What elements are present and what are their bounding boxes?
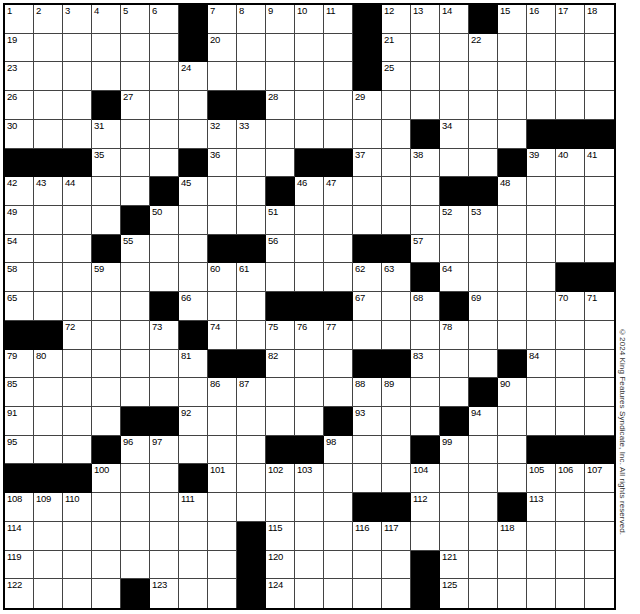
cell-r3c20[interactable] — [556, 62, 585, 91]
cell-r6c6[interactable] — [150, 149, 179, 178]
cell-r13c3[interactable] — [63, 350, 92, 379]
cell-r13c1[interactable]: 79 — [5, 350, 34, 379]
cell-r3c16[interactable] — [440, 62, 469, 91]
cell-r19c14[interactable]: 117 — [382, 522, 411, 551]
cell-r2c9[interactable] — [237, 34, 266, 63]
cell-r8c15[interactable] — [411, 206, 440, 235]
cell-r16c8[interactable] — [208, 436, 237, 465]
cell-r2c4[interactable] — [92, 34, 121, 63]
cell-r19c2[interactable] — [34, 522, 63, 551]
cell-r18c5[interactable] — [121, 493, 150, 522]
cell-r2c15[interactable] — [411, 34, 440, 63]
cell-r10c4[interactable]: 59 — [92, 263, 121, 292]
cell-r3c8[interactable] — [208, 62, 237, 91]
cell-r15c2[interactable] — [34, 407, 63, 436]
cell-r8c3[interactable] — [63, 206, 92, 235]
cell-r6c17[interactable] — [469, 149, 498, 178]
cell-r13c10[interactable]: 82 — [266, 350, 295, 379]
cell-r12c10[interactable]: 75 — [266, 321, 295, 350]
cell-r4c21[interactable] — [585, 91, 614, 120]
cell-r4c18[interactable] — [498, 91, 527, 120]
cell-r11c14[interactable] — [382, 292, 411, 321]
cell-r11c20[interactable]: 70 — [556, 292, 585, 321]
cell-r6c4[interactable]: 35 — [92, 149, 121, 178]
cell-r3c14[interactable]: 25 — [382, 62, 411, 91]
cell-r1c16[interactable]: 14 — [440, 5, 469, 34]
cell-r3c21[interactable] — [585, 62, 614, 91]
cell-r13c21[interactable] — [585, 350, 614, 379]
cell-r9c12[interactable] — [324, 235, 353, 264]
cell-r7c18[interactable]: 48 — [498, 177, 527, 206]
cell-r18c2[interactable]: 109 — [34, 493, 63, 522]
cell-r19c20[interactable] — [556, 522, 585, 551]
cell-r14c6[interactable] — [150, 378, 179, 407]
cell-r21c6[interactable]: 123 — [150, 579, 179, 608]
cell-r11c2[interactable] — [34, 292, 63, 321]
cell-r15c3[interactable] — [63, 407, 92, 436]
cell-r5c4[interactable]: 31 — [92, 120, 121, 149]
cell-r3c10[interactable] — [266, 62, 295, 91]
cell-r17c13[interactable] — [353, 464, 382, 493]
cell-r6c14[interactable] — [382, 149, 411, 178]
cell-r17c19[interactable]: 105 — [527, 464, 556, 493]
cell-r13c6[interactable] — [150, 350, 179, 379]
cell-r15c10[interactable] — [266, 407, 295, 436]
cell-r16c9[interactable] — [237, 436, 266, 465]
cell-r16c1[interactable]: 95 — [5, 436, 34, 465]
cell-r16c12[interactable]: 98 — [324, 436, 353, 465]
cell-r9c11[interactable] — [295, 235, 324, 264]
cell-r15c18[interactable] — [498, 407, 527, 436]
cell-r9c7[interactable] — [179, 235, 208, 264]
cell-r16c14[interactable] — [382, 436, 411, 465]
cell-r1c1[interactable]: 1 — [5, 5, 34, 34]
cell-r4c2[interactable] — [34, 91, 63, 120]
cell-r11c3[interactable] — [63, 292, 92, 321]
cell-r21c16[interactable]: 125 — [440, 579, 469, 608]
cell-r13c4[interactable] — [92, 350, 121, 379]
cell-r19c17[interactable] — [469, 522, 498, 551]
cell-r18c21[interactable] — [585, 493, 614, 522]
cell-r13c12[interactable] — [324, 350, 353, 379]
cell-r5c5[interactable] — [121, 120, 150, 149]
cell-r12c12[interactable]: 77 — [324, 321, 353, 350]
cell-r12c5[interactable] — [121, 321, 150, 350]
cell-r14c1[interactable]: 85 — [5, 378, 34, 407]
cell-r7c21[interactable] — [585, 177, 614, 206]
cell-r15c14[interactable] — [382, 407, 411, 436]
cell-r9c16[interactable] — [440, 235, 469, 264]
cell-r21c1[interactable]: 122 — [5, 579, 34, 608]
cell-r14c13[interactable]: 88 — [353, 378, 382, 407]
cell-r12c21[interactable] — [585, 321, 614, 350]
cell-r16c2[interactable] — [34, 436, 63, 465]
cell-r8c14[interactable] — [382, 206, 411, 235]
cell-r16c3[interactable] — [63, 436, 92, 465]
cell-r8c19[interactable] — [527, 206, 556, 235]
cell-r11c19[interactable] — [527, 292, 556, 321]
cell-r19c18[interactable]: 118 — [498, 522, 527, 551]
cell-r5c16[interactable]: 34 — [440, 120, 469, 149]
cell-r16c18[interactable] — [498, 436, 527, 465]
cell-r1c18[interactable]: 15 — [498, 5, 527, 34]
cell-r2c3[interactable] — [63, 34, 92, 63]
cell-r14c7[interactable] — [179, 378, 208, 407]
cell-r10c2[interactable] — [34, 263, 63, 292]
cell-r20c7[interactable] — [179, 551, 208, 580]
cell-r3c6[interactable] — [150, 62, 179, 91]
cell-r11c21[interactable]: 71 — [585, 292, 614, 321]
cell-r7c15[interactable] — [411, 177, 440, 206]
cell-r9c2[interactable] — [34, 235, 63, 264]
cell-r10c3[interactable] — [63, 263, 92, 292]
cell-r21c8[interactable] — [208, 579, 237, 608]
cell-r18c15[interactable]: 112 — [411, 493, 440, 522]
cell-r18c11[interactable] — [295, 493, 324, 522]
cell-r2c1[interactable]: 19 — [5, 34, 34, 63]
cell-r3c12[interactable] — [324, 62, 353, 91]
cell-r7c20[interactable] — [556, 177, 585, 206]
cell-r2c8[interactable]: 20 — [208, 34, 237, 63]
cell-r2c11[interactable] — [295, 34, 324, 63]
cell-r8c4[interactable] — [92, 206, 121, 235]
cell-r7c12[interactable]: 47 — [324, 177, 353, 206]
cell-r14c5[interactable] — [121, 378, 150, 407]
cell-r8c20[interactable] — [556, 206, 585, 235]
cell-r8c2[interactable] — [34, 206, 63, 235]
cell-r5c9[interactable]: 33 — [237, 120, 266, 149]
cell-r14c3[interactable] — [63, 378, 92, 407]
cell-r18c8[interactable] — [208, 493, 237, 522]
cell-r9c17[interactable] — [469, 235, 498, 264]
cell-r14c20[interactable] — [556, 378, 585, 407]
cell-r9c15[interactable]: 57 — [411, 235, 440, 264]
cell-r1c21[interactable]: 18 — [585, 5, 614, 34]
cell-r5c7[interactable] — [179, 120, 208, 149]
cell-r5c10[interactable] — [266, 120, 295, 149]
cell-r6c19[interactable]: 39 — [527, 149, 556, 178]
cell-r12c8[interactable]: 74 — [208, 321, 237, 350]
cell-r19c3[interactable] — [63, 522, 92, 551]
cell-r20c14[interactable] — [382, 551, 411, 580]
cell-r20c1[interactable]: 119 — [5, 551, 34, 580]
cell-r1c11[interactable]: 10 — [295, 5, 324, 34]
cell-r13c17[interactable] — [469, 350, 498, 379]
cell-r1c14[interactable]: 12 — [382, 5, 411, 34]
cell-r13c11[interactable] — [295, 350, 324, 379]
cell-r17c6[interactable] — [150, 464, 179, 493]
cell-r1c4[interactable]: 4 — [92, 5, 121, 34]
cell-r9c21[interactable] — [585, 235, 614, 264]
cell-r18c20[interactable] — [556, 493, 585, 522]
cell-r20c10[interactable]: 120 — [266, 551, 295, 580]
cell-r8c1[interactable]: 49 — [5, 206, 34, 235]
cell-r8c6[interactable]: 50 — [150, 206, 179, 235]
cell-r9c20[interactable] — [556, 235, 585, 264]
cell-r17c5[interactable] — [121, 464, 150, 493]
cell-r5c3[interactable] — [63, 120, 92, 149]
cell-r20c21[interactable] — [585, 551, 614, 580]
cell-r8c8[interactable] — [208, 206, 237, 235]
cell-r12c3[interactable]: 72 — [63, 321, 92, 350]
cell-r14c10[interactable] — [266, 378, 295, 407]
cell-r8c7[interactable] — [179, 206, 208, 235]
cell-r1c3[interactable]: 3 — [63, 5, 92, 34]
cell-r3c4[interactable] — [92, 62, 121, 91]
cell-r14c4[interactable] — [92, 378, 121, 407]
cell-r14c11[interactable] — [295, 378, 324, 407]
cell-r19c11[interactable] — [295, 522, 324, 551]
cell-r19c21[interactable] — [585, 522, 614, 551]
cell-r17c18[interactable] — [498, 464, 527, 493]
cell-r4c17[interactable] — [469, 91, 498, 120]
cell-r2c20[interactable] — [556, 34, 585, 63]
cell-r19c1[interactable]: 114 — [5, 522, 34, 551]
cell-r8c13[interactable] — [353, 206, 382, 235]
cell-r10c17[interactable] — [469, 263, 498, 292]
cell-r15c11[interactable] — [295, 407, 324, 436]
cell-r1c8[interactable]: 7 — [208, 5, 237, 34]
cell-r15c15[interactable] — [411, 407, 440, 436]
cell-r8c16[interactable]: 52 — [440, 206, 469, 235]
cell-r4c16[interactable] — [440, 91, 469, 120]
cell-r5c1[interactable]: 30 — [5, 120, 34, 149]
cell-r10c14[interactable]: 63 — [382, 263, 411, 292]
cell-r15c20[interactable] — [556, 407, 585, 436]
cell-r6c13[interactable]: 37 — [353, 149, 382, 178]
cell-r21c11[interactable] — [295, 579, 324, 608]
cell-r18c3[interactable]: 110 — [63, 493, 92, 522]
cell-r11c15[interactable]: 68 — [411, 292, 440, 321]
cell-r12c15[interactable] — [411, 321, 440, 350]
cell-r14c15[interactable] — [411, 378, 440, 407]
cell-r5c6[interactable] — [150, 120, 179, 149]
cell-r15c17[interactable]: 94 — [469, 407, 498, 436]
cell-r10c16[interactable]: 64 — [440, 263, 469, 292]
cell-r19c8[interactable] — [208, 522, 237, 551]
cell-r3c3[interactable] — [63, 62, 92, 91]
cell-r3c9[interactable] — [237, 62, 266, 91]
cell-r20c12[interactable] — [324, 551, 353, 580]
cell-r17c15[interactable]: 104 — [411, 464, 440, 493]
cell-r14c16[interactable] — [440, 378, 469, 407]
cell-r7c8[interactable] — [208, 177, 237, 206]
cell-r14c14[interactable]: 89 — [382, 378, 411, 407]
cell-r5c12[interactable] — [324, 120, 353, 149]
cell-r12c16[interactable]: 78 — [440, 321, 469, 350]
cell-r19c13[interactable]: 116 — [353, 522, 382, 551]
cell-r17c9[interactable] — [237, 464, 266, 493]
cell-r21c21[interactable] — [585, 579, 614, 608]
cell-r9c18[interactable] — [498, 235, 527, 264]
cell-r8c10[interactable]: 51 — [266, 206, 295, 235]
cell-r17c10[interactable]: 102 — [266, 464, 295, 493]
cell-r2c19[interactable] — [527, 34, 556, 63]
cell-r1c12[interactable]: 11 — [324, 5, 353, 34]
cell-r7c13[interactable] — [353, 177, 382, 206]
cell-r7c4[interactable] — [92, 177, 121, 206]
cell-r15c13[interactable]: 93 — [353, 407, 382, 436]
cell-r18c1[interactable]: 108 — [5, 493, 34, 522]
cell-r14c8[interactable]: 86 — [208, 378, 237, 407]
cell-r19c6[interactable] — [150, 522, 179, 551]
cell-r21c7[interactable] — [179, 579, 208, 608]
cell-r15c19[interactable] — [527, 407, 556, 436]
cell-r20c16[interactable]: 121 — [440, 551, 469, 580]
cell-r17c17[interactable] — [469, 464, 498, 493]
cell-r19c5[interactable] — [121, 522, 150, 551]
cell-r18c10[interactable] — [266, 493, 295, 522]
cell-r16c5[interactable]: 96 — [121, 436, 150, 465]
cell-r5c14[interactable] — [382, 120, 411, 149]
cell-r7c14[interactable] — [382, 177, 411, 206]
cell-r6c15[interactable]: 38 — [411, 149, 440, 178]
cell-r20c2[interactable] — [34, 551, 63, 580]
cell-r9c10[interactable]: 56 — [266, 235, 295, 264]
cell-r3c7[interactable]: 24 — [179, 62, 208, 91]
cell-r13c2[interactable]: 80 — [34, 350, 63, 379]
cell-r21c10[interactable]: 124 — [266, 579, 295, 608]
cell-r1c19[interactable]: 16 — [527, 5, 556, 34]
cell-r19c10[interactable]: 115 — [266, 522, 295, 551]
cell-r4c10[interactable]: 28 — [266, 91, 295, 120]
cell-r8c21[interactable] — [585, 206, 614, 235]
cell-r10c10[interactable] — [266, 263, 295, 292]
cell-r17c12[interactable] — [324, 464, 353, 493]
cell-r14c18[interactable]: 90 — [498, 378, 527, 407]
cell-r18c12[interactable] — [324, 493, 353, 522]
cell-r14c21[interactable] — [585, 378, 614, 407]
cell-r21c13[interactable] — [353, 579, 382, 608]
cell-r2c21[interactable] — [585, 34, 614, 63]
cell-r8c17[interactable]: 53 — [469, 206, 498, 235]
cell-r20c20[interactable] — [556, 551, 585, 580]
cell-r12c11[interactable]: 76 — [295, 321, 324, 350]
cell-r11c4[interactable] — [92, 292, 121, 321]
cell-r10c19[interactable] — [527, 263, 556, 292]
cell-r15c7[interactable]: 92 — [179, 407, 208, 436]
cell-r10c12[interactable] — [324, 263, 353, 292]
cell-r13c19[interactable]: 84 — [527, 350, 556, 379]
cell-r3c19[interactable] — [527, 62, 556, 91]
cell-r21c20[interactable] — [556, 579, 585, 608]
cell-r2c10[interactable] — [266, 34, 295, 63]
cell-r16c16[interactable]: 99 — [440, 436, 469, 465]
cell-r17c11[interactable]: 103 — [295, 464, 324, 493]
cell-r16c7[interactable] — [179, 436, 208, 465]
cell-r14c12[interactable] — [324, 378, 353, 407]
cell-r11c7[interactable]: 66 — [179, 292, 208, 321]
cell-r18c7[interactable]: 111 — [179, 493, 208, 522]
cell-r10c1[interactable]: 58 — [5, 263, 34, 292]
cell-r20c17[interactable] — [469, 551, 498, 580]
cell-r4c3[interactable] — [63, 91, 92, 120]
cell-r4c5[interactable]: 27 — [121, 91, 150, 120]
cell-r17c8[interactable]: 101 — [208, 464, 237, 493]
cell-r13c16[interactable] — [440, 350, 469, 379]
cell-r2c2[interactable] — [34, 34, 63, 63]
cell-r21c12[interactable] — [324, 579, 353, 608]
cell-r5c13[interactable] — [353, 120, 382, 149]
cell-r3c15[interactable] — [411, 62, 440, 91]
cell-r21c14[interactable] — [382, 579, 411, 608]
cell-r19c4[interactable] — [92, 522, 121, 551]
cell-r1c15[interactable]: 13 — [411, 5, 440, 34]
cell-r8c11[interactable] — [295, 206, 324, 235]
cell-r7c11[interactable]: 46 — [295, 177, 324, 206]
cell-r20c5[interactable] — [121, 551, 150, 580]
cell-r12c9[interactable] — [237, 321, 266, 350]
cell-r4c19[interactable] — [527, 91, 556, 120]
cell-r7c1[interactable]: 42 — [5, 177, 34, 206]
cell-r18c4[interactable] — [92, 493, 121, 522]
cell-r9c6[interactable] — [150, 235, 179, 264]
cell-r2c16[interactable] — [440, 34, 469, 63]
cell-r7c19[interactable] — [527, 177, 556, 206]
cell-r6c21[interactable]: 41 — [585, 149, 614, 178]
cell-r20c19[interactable] — [527, 551, 556, 580]
cell-r20c6[interactable] — [150, 551, 179, 580]
cell-r6c9[interactable] — [237, 149, 266, 178]
cell-r19c15[interactable] — [411, 522, 440, 551]
cell-r4c20[interactable] — [556, 91, 585, 120]
cell-r12c18[interactable] — [498, 321, 527, 350]
cell-r4c15[interactable] — [411, 91, 440, 120]
cell-r4c1[interactable]: 26 — [5, 91, 34, 120]
cell-r20c4[interactable] — [92, 551, 121, 580]
cell-r10c9[interactable]: 61 — [237, 263, 266, 292]
cell-r11c5[interactable] — [121, 292, 150, 321]
cell-r15c9[interactable] — [237, 407, 266, 436]
cell-r14c9[interactable]: 87 — [237, 378, 266, 407]
cell-r8c9[interactable] — [237, 206, 266, 235]
cell-r12c20[interactable] — [556, 321, 585, 350]
cell-r6c8[interactable]: 36 — [208, 149, 237, 178]
cell-r12c14[interactable] — [382, 321, 411, 350]
cell-r15c4[interactable] — [92, 407, 121, 436]
cell-r12c17[interactable] — [469, 321, 498, 350]
cell-r19c12[interactable] — [324, 522, 353, 551]
cell-r4c6[interactable] — [150, 91, 179, 120]
cell-r7c9[interactable] — [237, 177, 266, 206]
cell-r18c17[interactable] — [469, 493, 498, 522]
cell-r11c8[interactable] — [208, 292, 237, 321]
cell-r3c11[interactable] — [295, 62, 324, 91]
cell-r20c3[interactable] — [63, 551, 92, 580]
cell-r2c18[interactable] — [498, 34, 527, 63]
cell-r12c4[interactable] — [92, 321, 121, 350]
cell-r3c1[interactable]: 23 — [5, 62, 34, 91]
cell-r8c18[interactable] — [498, 206, 527, 235]
cell-r21c19[interactable] — [527, 579, 556, 608]
cell-r1c20[interactable]: 17 — [556, 5, 585, 34]
cell-r3c17[interactable] — [469, 62, 498, 91]
cell-r12c19[interactable] — [527, 321, 556, 350]
cell-r21c2[interactable] — [34, 579, 63, 608]
cell-r19c19[interactable] — [527, 522, 556, 551]
cell-r10c13[interactable]: 62 — [353, 263, 382, 292]
cell-r14c2[interactable] — [34, 378, 63, 407]
cell-r11c17[interactable]: 69 — [469, 292, 498, 321]
cell-r4c13[interactable]: 29 — [353, 91, 382, 120]
cell-r10c5[interactable] — [121, 263, 150, 292]
cell-r20c18[interactable] — [498, 551, 527, 580]
cell-r1c5[interactable]: 5 — [121, 5, 150, 34]
cell-r6c20[interactable]: 40 — [556, 149, 585, 178]
cell-r7c7[interactable]: 45 — [179, 177, 208, 206]
cell-r19c7[interactable] — [179, 522, 208, 551]
cell-r21c18[interactable] — [498, 579, 527, 608]
